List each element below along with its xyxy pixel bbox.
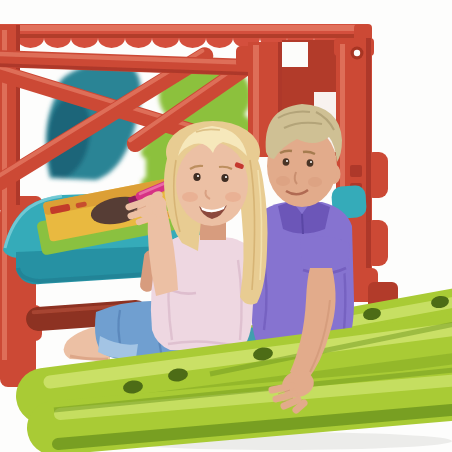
girl-eye-right [221, 174, 228, 182]
boy-eye-left [283, 158, 290, 166]
product-photo [0, 0, 452, 452]
boy-eye-right [307, 159, 314, 167]
girl-eye-left [193, 173, 200, 181]
window-opening [282, 42, 308, 67]
